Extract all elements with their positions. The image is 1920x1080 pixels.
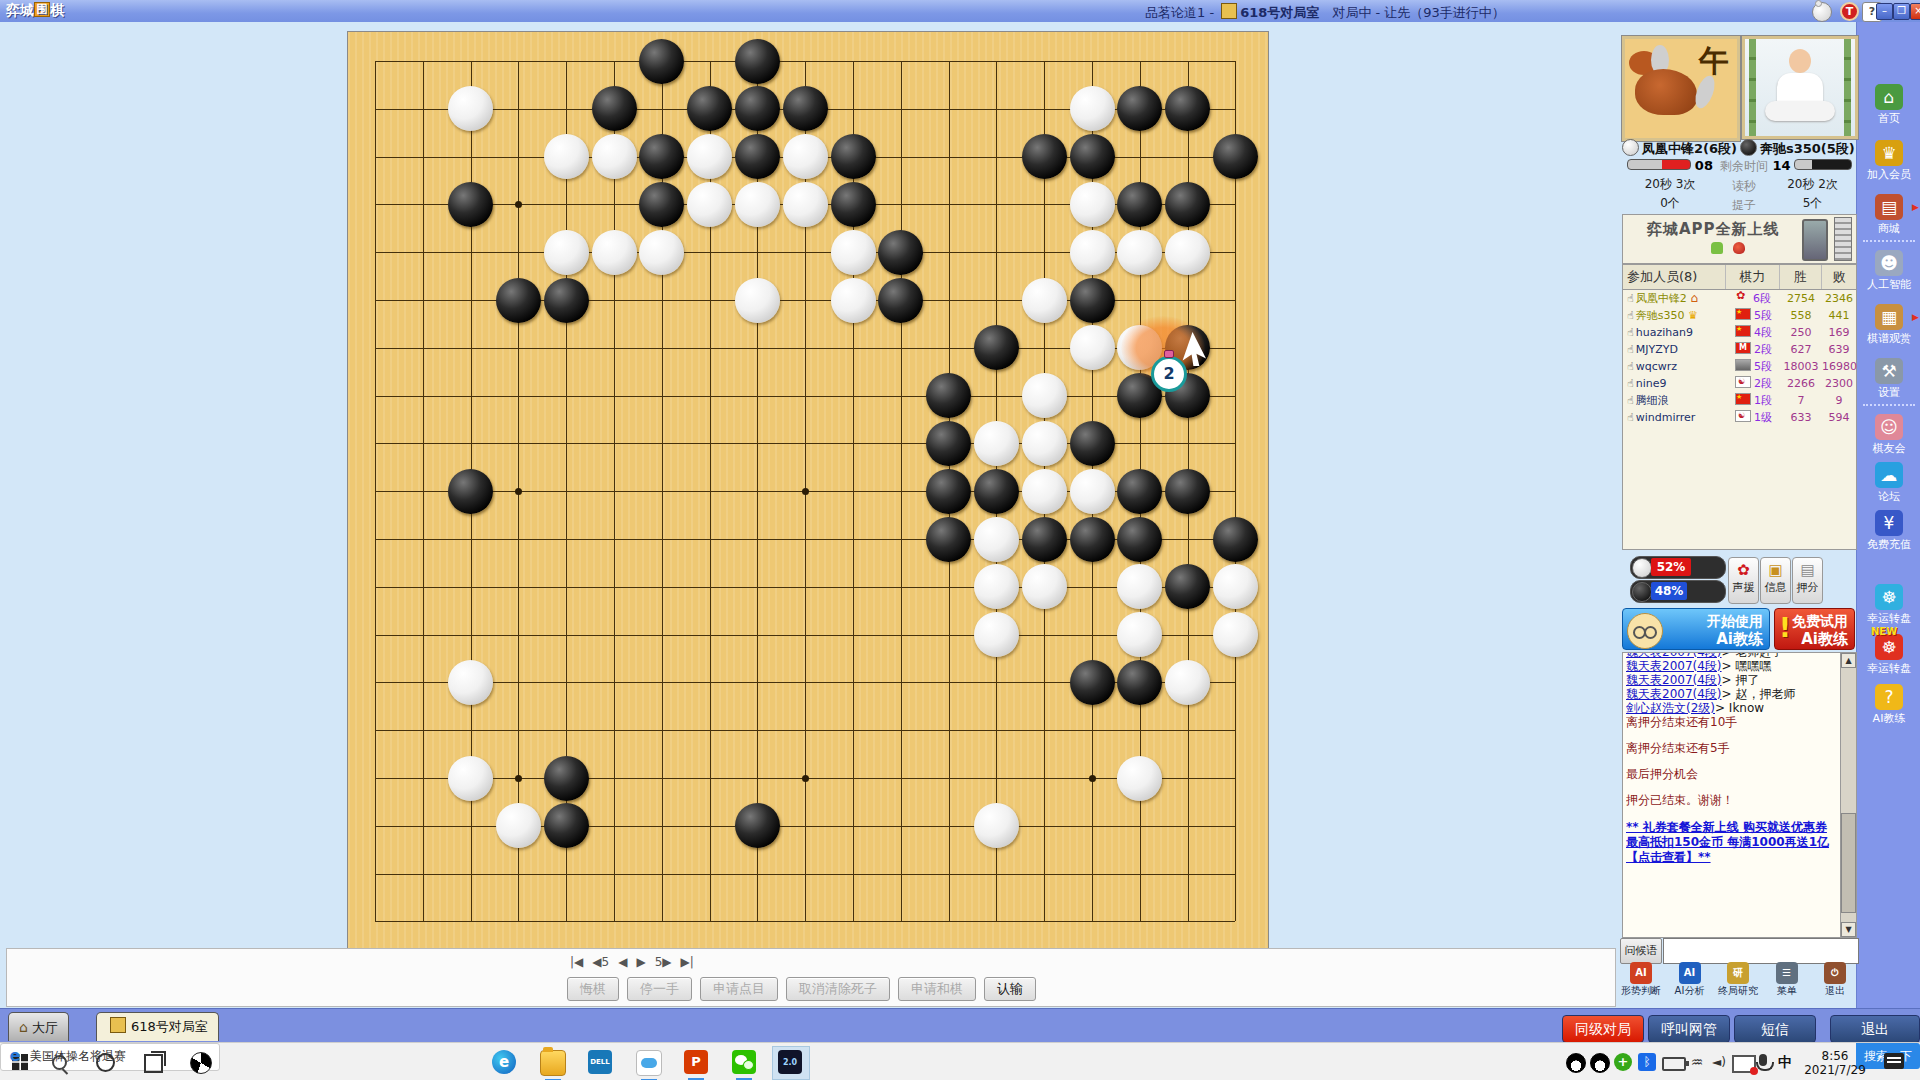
participant-name[interactable]: nine9 bbox=[1636, 377, 1667, 390]
chat-username-link[interactable]: 魏天表2007(4段) bbox=[1626, 673, 1722, 687]
right-menu-label: 棋友会 bbox=[1857, 441, 1920, 456]
black-stone bbox=[448, 182, 493, 227]
white-stone bbox=[1022, 421, 1067, 466]
rank: 4段 bbox=[1754, 326, 1772, 339]
dell-icon[interactable]: DELL bbox=[588, 1050, 612, 1074]
chat-message: 魏天表2007(4段)> 赵，押老师 bbox=[1626, 688, 1838, 701]
phone-graphic bbox=[1802, 219, 1828, 261]
recharge-icon: ¥ bbox=[1875, 510, 1903, 536]
white-stone bbox=[974, 803, 1019, 848]
file-explorer-icon[interactable] bbox=[540, 1050, 566, 1076]
wins: 633 bbox=[1780, 409, 1822, 426]
right-menu-设置[interactable]: ⚒设置 bbox=[1857, 358, 1920, 400]
right-menu-棋友会[interactable]: ☺棋友会 bbox=[1857, 414, 1920, 456]
right-menu-label: 加入会员 bbox=[1857, 167, 1920, 182]
flag-icon-cn bbox=[1735, 308, 1751, 320]
header-participants: 参加人员(8) bbox=[1623, 265, 1726, 289]
black-stone bbox=[926, 373, 971, 418]
news-search-text: 美国体操名将退赛 bbox=[30, 1048, 126, 1065]
black-stone bbox=[831, 134, 876, 179]
close-button[interactable]: × bbox=[1910, 3, 1920, 20]
losses: 594 bbox=[1822, 409, 1856, 426]
grid-line-h bbox=[375, 730, 1235, 731]
bottom-button-同级对局[interactable]: 同级对局 bbox=[1562, 1015, 1644, 1043]
right-menu-加入会员[interactable]: ♛加入会员 bbox=[1857, 140, 1920, 182]
grid-line-h bbox=[375, 921, 1235, 922]
sidebar-tool-AI分析[interactable]: AIAI分析 bbox=[1667, 962, 1713, 1006]
black-stone bbox=[1070, 278, 1115, 323]
black-stone bbox=[544, 803, 589, 848]
thumb-icon: ☝ bbox=[1627, 411, 1634, 424]
network-icon[interactable]: ♒ bbox=[1688, 1053, 1706, 1071]
nav-first-button[interactable]: |◀ bbox=[570, 955, 583, 969]
nav-fwd-button[interactable]: ▶ bbox=[636, 955, 645, 969]
side-button-押分[interactable]: ▤押分 bbox=[1792, 557, 1823, 604]
black-stone bbox=[496, 278, 541, 323]
wheel-blue-icon: ☸ bbox=[1875, 584, 1903, 610]
action-button-认输[interactable]: 认输 bbox=[984, 977, 1036, 1001]
white-byoyomi: 20秒 3次 bbox=[1622, 176, 1718, 193]
scroll-thumb[interactable] bbox=[1841, 813, 1856, 913]
black-time-bar bbox=[1794, 159, 1852, 170]
thumb-icon: ☝ bbox=[1627, 377, 1634, 390]
apple-icon bbox=[1733, 242, 1745, 254]
robot-icon: ☻ bbox=[1875, 250, 1903, 276]
tab-lobby[interactable]: ⌂大厅 bbox=[8, 1012, 69, 1041]
right-menu-AI教练[interactable]: ?AI教练 bbox=[1857, 684, 1920, 726]
bluetooth-icon[interactable]: ᛒ bbox=[1638, 1053, 1656, 1071]
black-captures: 5个 bbox=[1770, 195, 1855, 212]
black-stone bbox=[1022, 517, 1067, 562]
eweiqi-client-window: 弈城围棋 品茗论道1 - 618号对局室 对局中 - 让先（93手进行中） T … bbox=[0, 0, 1920, 1080]
black-stone bbox=[735, 134, 780, 179]
white-winrate-value: 52% bbox=[1651, 558, 1691, 576]
chat-system-message: 离押分结束还有10手 bbox=[1626, 716, 1838, 729]
building-graphic bbox=[1834, 217, 1852, 261]
black-stone bbox=[974, 469, 1019, 514]
black-stone bbox=[1165, 469, 1210, 514]
losses: 16980 bbox=[1822, 358, 1856, 375]
sidebar-tool-label: 形势判断 bbox=[1621, 985, 1661, 996]
black-stone bbox=[544, 278, 589, 323]
black-stone bbox=[1070, 660, 1115, 705]
header-wins: 胜 bbox=[1780, 265, 1823, 289]
chat-system-message: 离押分结束还有5手 bbox=[1626, 742, 1838, 755]
app-banner-text: 弈城APP全新上线 bbox=[1647, 220, 1780, 239]
white-stone bbox=[687, 134, 732, 179]
black-stone-icon bbox=[1632, 582, 1652, 602]
right-menu-label: 论坛 bbox=[1857, 489, 1920, 504]
white-stone bbox=[831, 278, 876, 323]
right-menu-免费充值[interactable]: ¥免费充值 bbox=[1857, 510, 1920, 552]
star-point bbox=[802, 775, 809, 782]
black-stone bbox=[1165, 86, 1210, 131]
ai-coach-start-banner[interactable]: 开始使用 Ai教练 bbox=[1622, 608, 1770, 650]
menu-icon: ☰ bbox=[1776, 962, 1798, 984]
tab-bar: ⌂大厅 618号对局室 同级对局呼叫网管短信退出 bbox=[0, 1008, 1920, 1043]
window-title: 品茗论道1 - 618号对局室 对局中 - 让先（93手进行中） bbox=[1145, 3, 1505, 22]
action-button-悔棋: 悔棋 bbox=[567, 977, 619, 1001]
white-stone bbox=[1070, 182, 1115, 227]
white-stone bbox=[448, 756, 493, 801]
right-menu-幸运转盘[interactable]: ☸幸运转盘 bbox=[1857, 584, 1920, 626]
losses: 169 bbox=[1822, 324, 1856, 341]
bamboo-right bbox=[1844, 39, 1851, 136]
side-button-声援[interactable]: ✿声援 bbox=[1728, 557, 1759, 604]
wins: 2754 bbox=[1780, 290, 1822, 307]
header-losses: 败 bbox=[1822, 265, 1856, 289]
nav-back5-button[interactable]: ◀5 bbox=[592, 955, 609, 969]
minimize-button[interactable]: – bbox=[1876, 3, 1893, 20]
grid-line-h bbox=[375, 635, 1235, 636]
t-badge-icon[interactable]: T bbox=[1840, 2, 1859, 21]
chat-system-message: 押分已结束。谢谢！ bbox=[1626, 794, 1838, 807]
home-badge-icon: ⌂ bbox=[1687, 291, 1698, 305]
black-stone bbox=[1117, 660, 1162, 705]
tab-game-room[interactable]: 618号对局室 bbox=[96, 1012, 219, 1041]
black-stone bbox=[639, 182, 684, 227]
right-menu-人工智能[interactable]: ☻人工智能 bbox=[1857, 250, 1920, 292]
label-remaining-time: 剩余时间 bbox=[1718, 158, 1770, 175]
restore-button[interactable]: ❐ bbox=[1893, 3, 1910, 20]
black-player-avatar[interactable] bbox=[1742, 36, 1858, 139]
right-menu-label: 免费充值 bbox=[1857, 537, 1920, 552]
participant-name[interactable]: 奔驰s350 bbox=[1636, 309, 1685, 322]
room-goban-icon bbox=[1221, 3, 1237, 19]
clock-time: 8:56 bbox=[1800, 1049, 1870, 1063]
right-menu-label: 人工智能 bbox=[1857, 277, 1920, 292]
logo-wei-box: 围 bbox=[34, 2, 50, 17]
go-client-icon[interactable]: 2.0 bbox=[778, 1050, 802, 1074]
star-point bbox=[515, 488, 522, 495]
wins: 2266 bbox=[1780, 375, 1822, 392]
thumb-icon: ☝ bbox=[1627, 343, 1634, 356]
table-row[interactable]: ☝windmirrer1级633594 bbox=[1623, 409, 1856, 426]
thumb-icon: ☝ bbox=[1627, 292, 1634, 305]
black-byoyomi: 20秒 2次 bbox=[1770, 176, 1855, 193]
white-time-bar bbox=[1627, 159, 1691, 170]
white-stone bbox=[1070, 230, 1115, 275]
black-stone bbox=[974, 325, 1019, 370]
participant-name[interactable]: MJYZYD bbox=[1636, 343, 1678, 356]
app-promo-banner[interactable]: 弈城APP全新上线 bbox=[1622, 214, 1857, 264]
white-captures: 0个 bbox=[1622, 195, 1718, 212]
wins: 627 bbox=[1780, 341, 1822, 358]
flag-icon-rose bbox=[1736, 293, 1750, 303]
black-stone bbox=[1165, 182, 1210, 227]
rose-icon: ✿ bbox=[1729, 558, 1758, 580]
white-stone bbox=[1070, 325, 1115, 370]
scroll-down-icon[interactable]: ▼ bbox=[1841, 922, 1856, 937]
menu-divider bbox=[1863, 404, 1915, 406]
black-stone bbox=[735, 86, 780, 131]
white-stone bbox=[831, 230, 876, 275]
white-stone bbox=[544, 230, 589, 275]
losses: 9 bbox=[1822, 392, 1856, 409]
black-player-name: 奔驰s350(5段) bbox=[1740, 139, 1855, 158]
black-stone bbox=[1070, 421, 1115, 466]
wins: 558 bbox=[1780, 307, 1822, 324]
home-icon: ⌂ bbox=[1875, 84, 1903, 110]
grid-line-v bbox=[1235, 61, 1236, 921]
black-stone bbox=[878, 230, 923, 275]
white-stone bbox=[974, 517, 1019, 562]
title-bar: 弈城围棋 品茗论道1 - 618号对局室 对局中 - 让先（93手进行中） T … bbox=[0, 0, 1920, 23]
label-byoyomi: 读秒 bbox=[1718, 178, 1770, 195]
thumb-icon: ☝ bbox=[1627, 360, 1634, 373]
monk-head bbox=[1789, 49, 1811, 73]
chat-messages: 魏天表2007(4段)> 老师赶了魏天表2007(4段)> 嘿嘿嘿魏天表2007… bbox=[1626, 653, 1838, 937]
table-row[interactable]: ☝MJYZYD2段627639 bbox=[1623, 341, 1856, 358]
white-stone bbox=[687, 182, 732, 227]
white-stone-icon bbox=[1632, 558, 1652, 578]
wins: 18003 bbox=[1780, 358, 1822, 375]
display-alert-icon[interactable] bbox=[1732, 1055, 1756, 1073]
room-name: 618号对局室 bbox=[1240, 5, 1319, 20]
white-stone bbox=[735, 182, 780, 227]
chat-message: 魏天表2007(4段)> 嘿嘿嘿 bbox=[1626, 660, 1838, 673]
right-menu-商城[interactable]: ▤商城▶ bbox=[1857, 194, 1920, 236]
black-stone bbox=[639, 134, 684, 179]
white-winrate-bar: 52% bbox=[1630, 556, 1726, 579]
rank: 1段 bbox=[1754, 394, 1772, 407]
chat-input[interactable] bbox=[1663, 938, 1859, 964]
side-button-label: 押分 bbox=[1797, 581, 1819, 594]
black-stone bbox=[544, 756, 589, 801]
go-board[interactable]: 2 bbox=[347, 31, 1269, 949]
anime-girl-icon bbox=[1627, 613, 1663, 649]
chat-message: 剑心赵浩文(2级)> Iknow bbox=[1626, 702, 1838, 715]
nav-fwd5-button[interactable]: 5▶ bbox=[655, 955, 672, 969]
black-stone bbox=[687, 86, 732, 131]
white-stone bbox=[1117, 756, 1162, 801]
exit-icon: ⏻ bbox=[1824, 962, 1846, 984]
white-stone bbox=[1022, 373, 1067, 418]
black-stone bbox=[926, 421, 971, 466]
sidebar-bottom-toolbar: AI形势判断AIAI分析研终局研究☰菜单⏻退出 bbox=[1618, 962, 1858, 1006]
black-stone bbox=[1022, 134, 1067, 179]
participant-name[interactable]: wqcwrz bbox=[1636, 360, 1677, 373]
right-menu-label: 棋谱观赏 bbox=[1857, 331, 1920, 346]
black-stone bbox=[1117, 182, 1162, 227]
star-point bbox=[515, 201, 522, 208]
sidebar-tool-终局研究[interactable]: 研终局研究 bbox=[1715, 962, 1761, 1006]
microphone-icon[interactable] bbox=[1759, 1054, 1767, 1066]
chat-username-link[interactable]: 魏天表2007(4段) bbox=[1626, 659, 1722, 673]
white-stone bbox=[448, 660, 493, 705]
black-stone bbox=[735, 803, 780, 848]
white-player-avatar[interactable]: 午 bbox=[1622, 36, 1740, 141]
wins: 250 bbox=[1780, 324, 1822, 341]
rank: 5段 bbox=[1754, 360, 1772, 373]
participant-name[interactable]: 凤凰中锋2 bbox=[1636, 292, 1687, 305]
time-panel: 08 20秒 3次 0个 剩余时间 读秒 提子 14 20秒 2次 5个 bbox=[1622, 158, 1855, 212]
chat-message: 魏天表2007(4段)> 押了 bbox=[1626, 674, 1838, 687]
rank: 2段 bbox=[1754, 343, 1772, 356]
white-stone bbox=[448, 86, 493, 131]
bottom-button-呼叫网管[interactable]: 呼叫网管 bbox=[1648, 1015, 1730, 1043]
new-badge: NEW bbox=[1871, 626, 1897, 637]
white-stone bbox=[974, 421, 1019, 466]
chat-username-link[interactable]: 剑心赵浩文(2级) bbox=[1626, 701, 1715, 715]
flag-icon-kr bbox=[1735, 410, 1751, 422]
crown-badge-icon: ♛ bbox=[1684, 309, 1697, 322]
right-menu-label: 幸运转盘 bbox=[1857, 661, 1920, 676]
wins: 7 bbox=[1780, 392, 1822, 409]
ai-judge-icon: AI bbox=[1630, 962, 1652, 984]
bottom-button-退出[interactable]: 退出 bbox=[1830, 1015, 1920, 1043]
participant-name[interactable]: windmirrer bbox=[1636, 411, 1696, 424]
menu-divider bbox=[1863, 240, 1915, 242]
action-button-取消清除死子: 取消清除死子 bbox=[786, 977, 890, 1001]
header-rank: 棋力 bbox=[1726, 265, 1780, 289]
black-stone bbox=[592, 86, 637, 131]
wechat-icon[interactable] bbox=[732, 1050, 756, 1074]
app-swirl-icon[interactable] bbox=[190, 1052, 212, 1074]
mascot-icon[interactable] bbox=[1812, 2, 1832, 22]
ie-icon: e bbox=[6, 1047, 24, 1065]
white-player-name: 凤凰中锋2(6段) bbox=[1622, 139, 1737, 158]
black-winrate-value: 48% bbox=[1651, 582, 1687, 600]
white-stone bbox=[592, 134, 637, 179]
flag-icon-cn bbox=[1735, 393, 1751, 405]
white-stone bbox=[1165, 660, 1210, 705]
losses: 441 bbox=[1822, 307, 1856, 324]
black-stone bbox=[878, 278, 923, 323]
game-status: 对局中 - 让先（93手进行中） bbox=[1319, 5, 1505, 20]
nav-back-button[interactable]: ◀ bbox=[618, 955, 627, 969]
android-icon bbox=[1711, 242, 1723, 254]
right-menu-棋谱观赏[interactable]: ▦棋谱观赏▶ bbox=[1857, 304, 1920, 346]
nav-last-button[interactable]: ▶| bbox=[681, 955, 694, 969]
coins-icon: ▤ bbox=[1793, 558, 1822, 580]
monk-legs bbox=[1765, 101, 1835, 121]
ai-coach-trial-banner[interactable]: ! 免费试用 Ai教练 bbox=[1774, 608, 1855, 650]
cloud-app-icon[interactable] bbox=[636, 1050, 662, 1076]
white-stone bbox=[1213, 564, 1258, 609]
sidebar-tool-退出[interactable]: ⏻退出 bbox=[1812, 962, 1858, 1006]
black-stone bbox=[926, 517, 971, 562]
bottom-button-短信[interactable]: 短信 bbox=[1734, 1015, 1816, 1043]
ime-indicator[interactable]: 中 bbox=[1778, 1053, 1796, 1071]
qq-tray-icon[interactable] bbox=[1566, 1053, 1586, 1073]
white-time-number: 08 bbox=[1695, 158, 1713, 173]
app-logo: 弈城围棋 bbox=[6, 2, 64, 20]
thumb-icon: ☝ bbox=[1627, 326, 1634, 339]
white-stone bbox=[1117, 564, 1162, 609]
white-stone bbox=[1070, 86, 1115, 131]
rank: 6段 bbox=[1753, 292, 1771, 305]
rank: 1级 bbox=[1754, 411, 1772, 424]
losses: 2300 bbox=[1822, 375, 1856, 392]
countdown-badge: 2 bbox=[1151, 356, 1187, 392]
move-navigation: |◀◀5◀▶5▶▶| bbox=[570, 955, 703, 969]
flag-icon-gray bbox=[1735, 359, 1751, 371]
white-stone bbox=[1165, 230, 1210, 275]
forum-icon: ☁ bbox=[1875, 462, 1903, 488]
action-button-申请和棋: 申请和棋 bbox=[898, 977, 976, 1001]
taskbar-clock[interactable]: 8:56 2021/7/29 bbox=[1800, 1049, 1870, 1077]
thumb-icon: ☝ bbox=[1627, 394, 1634, 407]
friends-icon: ☺ bbox=[1875, 414, 1903, 440]
chat-scrollbar[interactable]: ▲ ▼ bbox=[1840, 653, 1856, 937]
action-button-申请点目: 申请点目 bbox=[700, 977, 778, 1001]
horse-body bbox=[1635, 69, 1697, 115]
thumb-icon: ☝ bbox=[1627, 309, 1634, 322]
right-menu-label: 商城 bbox=[1857, 221, 1920, 236]
edge-icon[interactable]: e bbox=[492, 1050, 516, 1074]
black-stone bbox=[783, 86, 828, 131]
participant-name[interactable]: huazihan9 bbox=[1636, 326, 1693, 339]
grid-line-h bbox=[375, 587, 1235, 588]
rank: 2段 bbox=[1754, 377, 1772, 390]
white-stone bbox=[783, 182, 828, 227]
white-stone bbox=[544, 134, 589, 179]
scroll-up-icon[interactable]: ▲ bbox=[1841, 653, 1856, 668]
side-button-label: 信息 bbox=[1765, 581, 1787, 594]
white-stone-icon bbox=[1622, 139, 1639, 156]
white-stone bbox=[1117, 612, 1162, 657]
side-button-label: 声援 bbox=[1733, 581, 1755, 594]
chat-ad-link[interactable]: ** 礼券套餐全新上线 购买就送优惠券 最高抵扣150金币 每满1000再送1亿… bbox=[1626, 820, 1838, 865]
black-stone bbox=[735, 39, 780, 84]
qq2-tray-icon[interactable] bbox=[1590, 1053, 1610, 1073]
rank: 5段 bbox=[1754, 309, 1772, 322]
right-menu-label: 首页 bbox=[1857, 111, 1920, 126]
black-stone bbox=[1165, 564, 1210, 609]
bamboo-left bbox=[1749, 39, 1756, 136]
arrow-icon: ▶ bbox=[1912, 202, 1919, 212]
white-stone bbox=[1070, 469, 1115, 514]
antivirus-tray-icon[interactable]: + bbox=[1614, 1053, 1632, 1071]
right-menu-label: 幸运转盘 bbox=[1857, 611, 1920, 626]
sidebar-tool-label: 退出 bbox=[1825, 985, 1845, 996]
white-stone bbox=[1213, 612, 1258, 657]
participant-name[interactable]: 腾细浪 bbox=[1636, 394, 1669, 407]
notification-center-icon[interactable] bbox=[1884, 1053, 1904, 1069]
black-stone bbox=[1213, 134, 1258, 179]
ai-coach-icon: ? bbox=[1875, 684, 1903, 710]
control-strip: |◀◀5◀▶5▶▶| 悔棋停一手申请点目取消清除死子申请和棋认输 bbox=[6, 948, 1616, 1007]
tools-icon: ⚒ bbox=[1875, 358, 1903, 384]
chat-text: > 押了 bbox=[1722, 673, 1760, 687]
sidebar-tool-形势判断[interactable]: AI形势判断 bbox=[1618, 962, 1664, 1006]
chat-text: > 嘿嘿嘿 bbox=[1722, 659, 1772, 673]
white-stone bbox=[1022, 469, 1067, 514]
battery-icon[interactable] bbox=[1662, 1057, 1686, 1071]
white-stone bbox=[1022, 564, 1067, 609]
speaker-icon[interactable]: ◄) bbox=[1710, 1053, 1728, 1071]
chat-username-link[interactable]: 魏天表2007(4段) bbox=[1626, 687, 1722, 701]
greeting-button[interactable]: 问候语 bbox=[1620, 938, 1662, 964]
shop-icon: ▤ bbox=[1875, 194, 1903, 220]
flag-icon-cnm bbox=[1735, 342, 1751, 354]
office-app-icon[interactable]: P bbox=[684, 1050, 708, 1074]
star-point bbox=[515, 775, 522, 782]
black-time-number: 14 bbox=[1773, 158, 1791, 173]
sidebar-tool-菜单[interactable]: ☰菜单 bbox=[1764, 962, 1810, 1006]
right-menu-论坛[interactable]: ☁论坛 bbox=[1857, 462, 1920, 504]
kifu-board-icon: ▦ bbox=[1875, 304, 1903, 330]
black-stone bbox=[1213, 517, 1258, 562]
task-view-icon[interactable] bbox=[144, 1054, 163, 1073]
wheel-red-icon: ☸ bbox=[1875, 634, 1903, 660]
right-menu-幸运转盘[interactable]: NEW☸幸运转盘 bbox=[1857, 634, 1920, 676]
side-button-信息[interactable]: ▣信息 bbox=[1760, 557, 1791, 604]
white-stone bbox=[592, 230, 637, 275]
right-menu-首页[interactable]: ⌂首页 bbox=[1857, 84, 1920, 126]
chat-system-message: 最后押分机会 bbox=[1626, 768, 1838, 781]
